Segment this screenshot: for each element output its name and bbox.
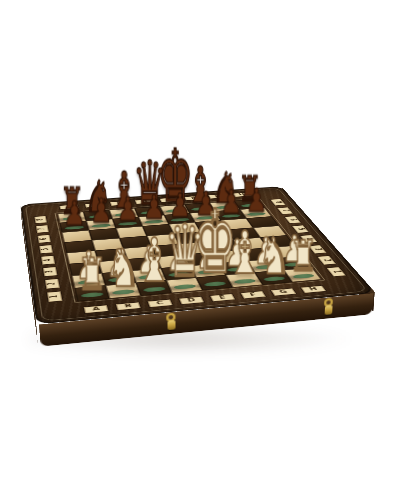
black-pawn-glyph: ♟ [117, 193, 139, 226]
white-knight-glyph: ♞ [107, 242, 140, 294]
brass-clasp-left [165, 313, 178, 334]
black-pawn-glyph: ♟ [63, 196, 85, 229]
clasp-body [167, 320, 175, 330]
rank-label-left-8: 8 [34, 216, 47, 223]
white-bishop-glyph: ♝ [137, 231, 172, 291]
product-photo-scene: ♜♞♝♛♚♝♞♜♟♟♟♟♟♟♟♟♟♟♟♟♟♟♟♟♜♞♝♛♚♝♞♜ 88AA77B… [0, 0, 400, 498]
black-pawn-glyph: ♟ [246, 184, 268, 216]
brass-clasp-right [322, 298, 335, 318]
black-pawn-glyph: ♟ [90, 194, 112, 227]
white-rook-glyph: ♜ [289, 236, 317, 278]
white-rook-glyph: ♜ [78, 253, 107, 297]
black-pawn-glyph: ♟ [143, 191, 165, 224]
chess-board: ♜♞♝♛♚♝♞♜♟♟♟♟♟♟♟♟♟♟♟♟♟♟♟♟♜♞♝♛♚♝♞♜ 88AA77B… [20, 186, 375, 324]
clasp-body [324, 305, 332, 315]
white-knight-glyph: ♞ [258, 230, 290, 281]
